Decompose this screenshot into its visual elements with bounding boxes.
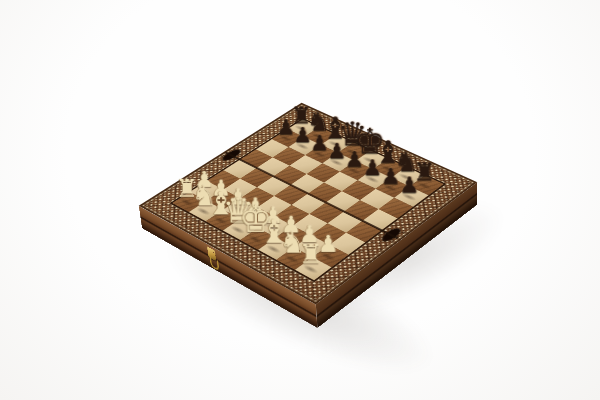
square-b5 bbox=[257, 157, 290, 176]
clasp-hook bbox=[210, 256, 220, 271]
square-a7: ♟ bbox=[272, 129, 304, 147]
piece-shadow bbox=[326, 139, 343, 148]
piece-black-pawn-a7: ♟ bbox=[258, 116, 315, 138]
square-e5 bbox=[308, 183, 342, 203]
square-a5 bbox=[240, 149, 273, 168]
piece-shadow bbox=[361, 156, 379, 165]
scene: ♜♞♝♛♚♝♞♜♟♟♟♟♟♟♟♟♟♟♟♟♟♟♟♟♜♞♝♛♚♝♞♜ bbox=[0, 0, 600, 400]
piece-shadow bbox=[277, 134, 294, 143]
square-c8: ♝ bbox=[321, 135, 353, 153]
square-e6 bbox=[324, 172, 358, 192]
square-b8: ♞ bbox=[304, 127, 336, 145]
piece-black-king-e8: ♚ bbox=[341, 123, 399, 160]
product-photo-stage: ♜♞♝♛♚♝♞♜♟♟♟♟♟♟♟♟♟♟♟♟♟♟♟♟♜♞♝♛♚♝♞♜ bbox=[0, 0, 600, 400]
piece-shadow bbox=[293, 124, 310, 133]
piece-black-pawn-b7: ♟ bbox=[274, 124, 331, 146]
square-a8: ♜ bbox=[287, 119, 319, 137]
piece-black-pawn-c7: ♟ bbox=[291, 132, 349, 154]
square-h1: ♜ bbox=[295, 257, 331, 280]
piece-black-pawn-h7: ♟ bbox=[379, 173, 440, 196]
piece-black-knight-b8: ♞ bbox=[290, 108, 347, 136]
piece-shadow bbox=[294, 142, 311, 151]
square-a6 bbox=[256, 139, 288, 157]
piece-shadow bbox=[343, 147, 361, 156]
piece-shadow bbox=[328, 158, 346, 167]
square-b7: ♟ bbox=[288, 137, 320, 155]
square-d6 bbox=[307, 163, 340, 182]
piece-black-bishop-c8: ♝ bbox=[306, 113, 363, 144]
board-top-face: ♜♞♝♛♚♝♞♜♟♟♟♟♟♟♟♟♟♟♟♟♟♟♟♟♜♞♝♛♚♝♞♜ bbox=[139, 103, 478, 305]
finger-notch-left bbox=[220, 148, 244, 162]
square-c5 bbox=[273, 166, 306, 185]
piece-white-rook-h1: ♜ bbox=[279, 241, 343, 269]
piece-shadow bbox=[311, 150, 328, 159]
square-c7: ♟ bbox=[305, 145, 338, 164]
piece-black-queen-d8: ♛ bbox=[323, 117, 381, 151]
square-d8: ♛ bbox=[338, 143, 371, 161]
square-b6 bbox=[273, 147, 306, 166]
square-d5 bbox=[291, 174, 325, 194]
square-d7: ♟ bbox=[322, 153, 355, 172]
piece-black-pawn-d7: ♟ bbox=[308, 140, 366, 162]
piece-black-rook-a8: ♜ bbox=[273, 103, 329, 128]
chess-board: ♜♞♝♛♚♝♞♜♟♟♟♟♟♟♟♟♟♟♟♟♟♟♟♟♜♞♝♛♚♝♞♜ bbox=[139, 103, 478, 305]
square-c6 bbox=[289, 155, 322, 174]
piece-shadow bbox=[309, 132, 326, 141]
board-orientation: ♜♞♝♛♚♝♞♜♟♟♟♟♟♟♟♟♟♟♟♟♟♟♟♟♜♞♝♛♚♝♞♜ bbox=[180, 66, 436, 322]
